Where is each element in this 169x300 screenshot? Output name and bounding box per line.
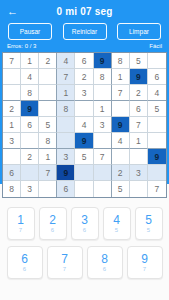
cell-r2c2[interactable]: 4 xyxy=(21,69,39,85)
cell-r3c6[interactable] xyxy=(94,85,112,101)
cell-r2c6[interactable]: 8 xyxy=(94,69,112,85)
numpad-button-5[interactable]: 55 xyxy=(135,207,163,240)
cell-r5c5[interactable]: 4 xyxy=(75,117,93,133)
cell-r2c9[interactable]: 6 xyxy=(148,69,166,85)
cell-r9c4[interactable]: 6 xyxy=(57,181,75,197)
numpad-digit: 1 xyxy=(17,214,24,227)
cell-r7c5[interactable]: 5 xyxy=(75,149,93,165)
cell-r5c9[interactable] xyxy=(148,117,166,133)
cell-r3c1[interactable] xyxy=(3,85,21,101)
cell-r4c5[interactable] xyxy=(75,101,93,117)
cell-r5c1[interactable]: 1 xyxy=(3,117,21,133)
sudoku-board: 7124698547281968137242981651654397389412… xyxy=(2,52,167,198)
cell-r4c8[interactable]: 6 xyxy=(130,101,148,117)
cell-r5c4[interactable] xyxy=(57,117,75,133)
back-arrow-icon[interactable]: ← xyxy=(7,5,21,17)
cell-r3c3[interactable] xyxy=(39,85,57,101)
cell-r3c8[interactable]: 2 xyxy=(130,85,148,101)
numpad-count: 6 xyxy=(51,227,54,234)
cell-r1c7[interactable]: 8 xyxy=(112,53,130,69)
cell-r4c6[interactable]: 1 xyxy=(94,101,112,117)
numpad-count: 7 xyxy=(19,227,22,234)
cell-r2c1[interactable] xyxy=(3,69,21,85)
numpad-row-1: 1726364555 xyxy=(6,207,163,240)
numpad-button-7[interactable]: 77 xyxy=(47,246,83,279)
cell-r9c1[interactable]: 8 xyxy=(3,181,21,197)
cell-r6c6[interactable] xyxy=(94,133,112,149)
controls-bar: Pausar Reiniciar Limpar xyxy=(0,19,169,40)
cell-r8c4[interactable]: 9 xyxy=(57,165,75,181)
cell-r4c9[interactable]: 5 xyxy=(148,101,166,117)
numpad-digit: 2 xyxy=(49,214,56,227)
cell-r5c3[interactable]: 5 xyxy=(39,117,57,133)
cell-r5c2[interactable]: 6 xyxy=(21,117,39,133)
cell-r7c2[interactable]: 2 xyxy=(21,149,39,165)
cell-r4c7[interactable] xyxy=(112,101,130,117)
numpad-button-1[interactable]: 17 xyxy=(7,207,35,240)
cell-r7c6[interactable]: 7 xyxy=(94,149,112,165)
cell-r3c4[interactable]: 1 xyxy=(57,85,75,101)
numpad-digit: 7 xyxy=(61,253,68,266)
cell-r1c4[interactable]: 4 xyxy=(57,53,75,69)
cell-r5c8[interactable]: 7 xyxy=(130,117,148,133)
numpad-count: 7 xyxy=(143,266,146,273)
cell-r1c5[interactable]: 6 xyxy=(75,53,93,69)
numpad-button-2[interactable]: 26 xyxy=(39,207,67,240)
cell-r8c8[interactable]: 3 xyxy=(130,165,148,181)
cell-r6c2[interactable] xyxy=(21,133,39,149)
cell-r8c6[interactable] xyxy=(94,165,112,181)
cell-r4c2[interactable]: 9 xyxy=(21,101,39,117)
restart-button[interactable]: Reiniciar xyxy=(63,23,107,40)
numpad-row-2: 66778697 xyxy=(6,246,163,279)
cell-r5c7[interactable]: 9 xyxy=(112,117,130,133)
numpad-digit: 5 xyxy=(145,214,152,227)
pause-button[interactable]: Pausar xyxy=(8,23,52,40)
number-pad: 1726364555 66778697 xyxy=(0,198,169,279)
cell-r2c7[interactable]: 1 xyxy=(112,69,130,85)
cell-r3c7[interactable]: 7 xyxy=(112,85,130,101)
cell-r7c7[interactable] xyxy=(112,149,130,165)
cell-r9c2[interactable]: 3 xyxy=(21,181,39,197)
cell-r1c9[interactable] xyxy=(148,53,166,69)
numpad-count: 5 xyxy=(147,227,150,234)
cell-r3c2[interactable]: 8 xyxy=(21,85,39,101)
cell-r6c1[interactable]: 3 xyxy=(3,133,21,149)
cell-r2c8[interactable]: 9 xyxy=(130,69,148,85)
cell-r9c8[interactable] xyxy=(130,181,148,197)
cell-r6c3[interactable]: 8 xyxy=(39,133,57,149)
cell-r1c1[interactable]: 7 xyxy=(3,53,21,69)
numpad-button-8[interactable]: 86 xyxy=(87,246,123,279)
cell-r7c9[interactable]: 9 xyxy=(148,149,166,165)
cell-r8c2[interactable] xyxy=(21,165,39,181)
cell-r2c5[interactable]: 2 xyxy=(75,69,93,85)
cell-r8c3[interactable]: 7 xyxy=(39,165,57,181)
difficulty-label: Fácil xyxy=(149,43,162,49)
cell-r1c2[interactable]: 1 xyxy=(21,53,39,69)
cell-r7c4[interactable]: 3 xyxy=(57,149,75,165)
numpad-digit: 6 xyxy=(21,253,28,266)
numpad-button-3[interactable]: 36 xyxy=(71,207,99,240)
numpad-button-9[interactable]: 97 xyxy=(127,246,163,279)
numpad-count: 7 xyxy=(63,266,66,273)
cell-r7c3[interactable]: 1 xyxy=(39,149,57,165)
appbar: ← 0 mi 07 seg xyxy=(0,0,169,19)
cell-r9c5[interactable] xyxy=(75,181,93,197)
numpad-count: 6 xyxy=(83,227,86,234)
cell-r8c1[interactable]: 6 xyxy=(3,165,21,181)
numpad-count: 6 xyxy=(23,266,26,273)
cell-r8c7[interactable]: 2 xyxy=(112,165,130,181)
cell-r7c8[interactable] xyxy=(130,149,148,165)
numpad-digit: 9 xyxy=(141,253,148,266)
timer-title: 0 mi 07 seg xyxy=(21,6,148,17)
cell-r6c5[interactable]: 9 xyxy=(75,133,93,149)
cell-r1c8[interactable]: 5 xyxy=(130,53,148,69)
cell-r8c9[interactable] xyxy=(148,165,166,181)
cell-r9c3[interactable] xyxy=(39,181,57,197)
cell-r4c4[interactable]: 8 xyxy=(57,101,75,117)
cell-r4c1[interactable]: 2 xyxy=(3,101,21,117)
cell-r5c6[interactable]: 3 xyxy=(94,117,112,133)
cell-r2c3[interactable] xyxy=(39,69,57,85)
cell-r9c9[interactable]: 7 xyxy=(148,181,166,197)
cell-r1c3[interactable]: 2 xyxy=(39,53,57,69)
cell-r6c9[interactable] xyxy=(148,133,166,149)
numpad-button-4[interactable]: 45 xyxy=(103,207,131,240)
numpad-digit: 4 xyxy=(113,214,120,227)
cell-r1c6[interactable]: 9 xyxy=(94,53,112,69)
cell-r9c6[interactable] xyxy=(94,181,112,197)
cell-r6c8[interactable]: 1 xyxy=(130,133,148,149)
errors-counter: Erros: 0 / 3 xyxy=(7,43,36,49)
cell-r4c3[interactable] xyxy=(39,101,57,117)
numpad-count: 6 xyxy=(103,266,106,273)
numpad-digit: 8 xyxy=(101,253,108,266)
cell-r2c4[interactable]: 7 xyxy=(57,69,75,85)
cell-r6c4[interactable] xyxy=(57,133,75,149)
cell-r3c9[interactable]: 4 xyxy=(148,85,166,101)
cell-r3c5[interactable]: 3 xyxy=(75,85,93,101)
clear-button[interactable]: Limpar xyxy=(117,23,161,40)
numpad-count: 5 xyxy=(115,227,118,234)
cell-r8c5[interactable] xyxy=(75,165,93,181)
status-bar: Erros: 0 / 3 Fácil xyxy=(0,40,169,52)
numpad-button-6[interactable]: 66 xyxy=(7,246,43,279)
numpad-digit: 3 xyxy=(81,214,88,227)
cell-r6c7[interactable]: 4 xyxy=(112,133,130,149)
cell-r7c1[interactable] xyxy=(3,149,21,165)
cell-r9c7[interactable]: 5 xyxy=(112,181,130,197)
